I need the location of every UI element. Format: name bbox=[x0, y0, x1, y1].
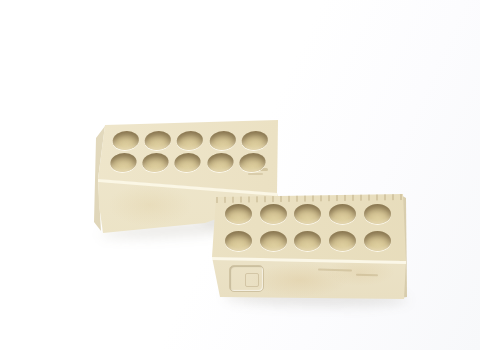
pit-front_board-r2c5 bbox=[364, 231, 391, 251]
pit-front_board-r2c2 bbox=[260, 231, 287, 251]
pit-front_board-r1c1 bbox=[225, 204, 252, 224]
pit-back_board-r2c4 bbox=[206, 153, 234, 172]
pit-back_board-r1c3 bbox=[176, 131, 204, 150]
pit-back_board-r1c2 bbox=[144, 131, 172, 150]
pit-back_board-r2c5 bbox=[238, 153, 266, 172]
photo-stage bbox=[0, 0, 480, 350]
pit-front_board-r2c4 bbox=[329, 231, 356, 251]
pit-front_board-r2c1 bbox=[225, 231, 252, 251]
pit-front_board-r1c3 bbox=[294, 204, 321, 224]
pit-back_board-r2c3 bbox=[174, 153, 202, 172]
maker-stamp bbox=[229, 265, 264, 292]
embossed-scratch-mark bbox=[356, 274, 378, 276]
pit-back_board-r2c1 bbox=[110, 153, 138, 172]
pit-front_board-r1c5 bbox=[364, 204, 391, 224]
pit-back_board-r1c1 bbox=[112, 131, 140, 150]
pit-front_board-r1c2 bbox=[260, 204, 287, 224]
pit-back_board-r1c4 bbox=[209, 131, 237, 150]
pit-front_board-r2c3 bbox=[294, 231, 321, 251]
pit-front_board-r1c4 bbox=[329, 204, 356, 224]
maker-stamp-inner-mark bbox=[245, 273, 259, 287]
pit-back_board-r1c5 bbox=[241, 131, 269, 150]
pit-grid-back bbox=[106, 129, 272, 174]
pit-grid-front bbox=[221, 200, 395, 254]
pit-back_board-r2c2 bbox=[142, 153, 170, 172]
